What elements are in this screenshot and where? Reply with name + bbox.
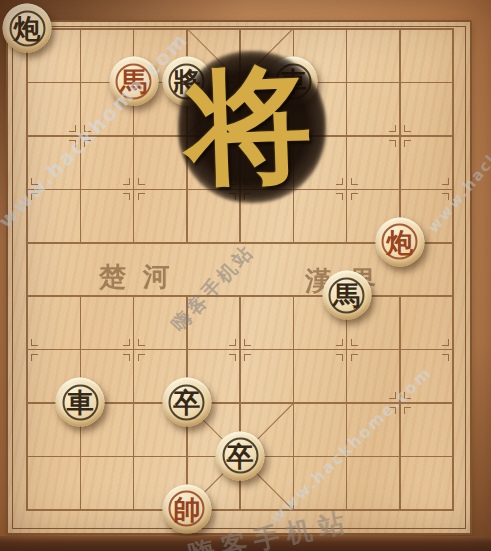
piece-character: 馬 (322, 271, 371, 320)
piece-character: 車 (269, 57, 318, 106)
piece-character: 車 (56, 378, 105, 427)
piece-black-chariot[interactable]: 車 (269, 57, 318, 106)
piece-red-cannon[interactable]: 炮 (375, 217, 424, 266)
pieces-layer: 炮馬將車炮馬車卒卒帥 (0, 0, 491, 551)
game-screen: 楚河 漢界 炮馬將車炮馬車卒卒帥 将 www.hackhome.com www.… (0, 0, 491, 551)
table-edge (0, 536, 491, 551)
piece-black-soldier[interactable]: 卒 (216, 431, 265, 480)
piece-black-cannon[interactable]: 炮 (3, 4, 52, 53)
piece-red-horse[interactable]: 馬 (109, 57, 158, 106)
piece-black-chariot[interactable]: 車 (56, 378, 105, 427)
piece-black-general[interactable]: 將 (162, 57, 211, 106)
piece-character: 卒 (162, 378, 211, 427)
piece-black-soldier[interactable]: 卒 (162, 378, 211, 427)
piece-character: 帥 (162, 484, 211, 533)
piece-character: 馬 (109, 57, 158, 106)
piece-character: 將 (162, 57, 211, 106)
piece-red-general[interactable]: 帥 (162, 484, 211, 533)
piece-black-horse[interactable]: 馬 (322, 271, 371, 320)
piece-character: 炮 (3, 4, 52, 53)
piece-character: 炮 (375, 217, 424, 266)
piece-character: 卒 (216, 431, 265, 480)
